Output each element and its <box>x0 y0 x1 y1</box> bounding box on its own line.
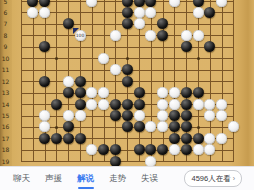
grid-hline <box>21 161 234 162</box>
stone-white <box>98 87 109 98</box>
stone-white: 100 <box>75 30 86 41</box>
star-point <box>197 57 200 60</box>
stone-white <box>86 87 97 98</box>
stone-black <box>181 87 192 98</box>
stone-black <box>39 133 50 144</box>
stone-white <box>39 7 50 18</box>
stone-white <box>204 99 215 110</box>
stone-white <box>157 110 168 121</box>
stone-white <box>181 30 192 41</box>
stone-white <box>98 53 109 64</box>
stone-white <box>169 0 180 7</box>
stone-black <box>145 0 156 7</box>
stone-white <box>204 110 215 121</box>
stone-black <box>157 30 168 41</box>
stone-white <box>86 0 97 7</box>
stone-white <box>145 121 156 132</box>
stone-white <box>169 87 180 98</box>
stone-white <box>27 7 38 18</box>
row-coordinate-label: 12 <box>0 78 11 85</box>
stone-white <box>110 30 121 41</box>
stone-black <box>181 121 192 132</box>
row-coordinate-label: 14 <box>0 101 11 108</box>
stone-black <box>51 133 62 144</box>
stone-black <box>122 110 133 121</box>
stone-black <box>181 41 192 52</box>
row-coordinate-label: 16 <box>0 123 11 130</box>
row-coordinate-label: 15 <box>0 112 11 119</box>
stone-black <box>122 0 133 7</box>
stone-black <box>75 76 86 87</box>
stone-black <box>169 121 180 132</box>
tab-trend[interactable]: 走势 <box>109 167 126 190</box>
stone-black <box>157 144 168 155</box>
stone-black <box>110 99 121 110</box>
stone-black <box>193 87 204 98</box>
stone-white <box>216 110 227 121</box>
stone-black <box>134 87 145 98</box>
stone-white <box>193 7 204 18</box>
grid-hline <box>21 47 234 48</box>
stone-black <box>181 144 192 155</box>
stone-black <box>181 99 192 110</box>
stone-black <box>134 144 145 155</box>
tab-mistakes[interactable]: 失误 <box>141 167 158 190</box>
stone-black <box>122 99 133 110</box>
stone-black <box>75 133 86 144</box>
stone-white <box>204 133 215 144</box>
row-coordinate-label: 13 <box>0 89 11 96</box>
stone-white <box>228 121 239 132</box>
stone-black <box>98 144 109 155</box>
stone-black <box>204 7 215 18</box>
stone-black <box>122 64 133 75</box>
bottom-tab-bar: 聊天 声援 解说 走势 失误 4596人在看 › <box>0 166 254 190</box>
tab-chat[interactable]: 聊天 <box>13 167 30 190</box>
star-point <box>55 126 58 129</box>
stone-white <box>157 121 168 132</box>
stone-black <box>204 41 215 52</box>
stone-black <box>193 133 204 144</box>
stone-white <box>134 18 145 29</box>
star-point <box>55 57 58 60</box>
stone-white <box>193 30 204 41</box>
row-coordinate-label: 10 <box>0 55 11 62</box>
stone-white <box>86 144 97 155</box>
stone-black <box>169 133 180 144</box>
viewers-pill[interactable]: 4596人在看 › <box>184 170 242 187</box>
stone-black <box>110 156 121 166</box>
stone-white <box>63 110 74 121</box>
stone-white <box>63 76 74 87</box>
stone-black <box>181 133 192 144</box>
stone-black <box>110 144 121 155</box>
stone-black <box>39 41 50 52</box>
stone-black <box>134 121 145 132</box>
stone-black <box>39 0 50 7</box>
stone-black <box>122 76 133 87</box>
star-point <box>197 126 200 129</box>
stone-black <box>122 18 133 29</box>
go-app-screen: 5678910111213141516171819100 聊天 声援 解说 走势… <box>0 0 254 190</box>
stone-white <box>216 0 227 7</box>
stone-white <box>193 144 204 155</box>
stone-black <box>27 0 38 7</box>
stone-black <box>122 121 133 132</box>
stone-black <box>134 99 145 110</box>
stone-white <box>169 99 180 110</box>
row-coordinate-label: 18 <box>0 146 11 153</box>
stone-white <box>169 144 180 155</box>
current-move-flag-icon <box>73 28 79 34</box>
row-coordinate-label: 9 <box>0 43 11 50</box>
stone-black <box>110 110 121 121</box>
stone-black <box>145 144 156 155</box>
row-coordinate-label: 5 <box>0 0 11 5</box>
stone-white <box>145 156 156 166</box>
stone-white <box>134 110 145 121</box>
stone-black <box>39 76 50 87</box>
row-coordinate-label: 8 <box>0 32 11 39</box>
stone-black <box>169 110 180 121</box>
stone-black <box>157 18 168 29</box>
stone-white <box>145 7 156 18</box>
stone-white <box>134 7 145 18</box>
stone-white <box>39 121 50 132</box>
row-coordinate-label: 17 <box>0 135 11 142</box>
stone-white <box>216 99 227 110</box>
stone-black <box>134 0 145 7</box>
tab-commentary[interactable]: 解说 <box>77 167 94 190</box>
stone-white <box>157 87 168 98</box>
stone-black <box>63 133 74 144</box>
stone-white <box>204 144 215 155</box>
stone-black <box>181 110 192 121</box>
row-coordinate-label: 11 <box>0 66 11 73</box>
stone-white <box>157 99 168 110</box>
stone-white <box>216 133 227 144</box>
row-coordinate-label: 7 <box>0 20 11 27</box>
stone-black <box>63 87 74 98</box>
go-board[interactable]: 5678910111213141516171819100 <box>0 0 254 166</box>
row-coordinate-label: 6 <box>0 9 11 16</box>
stone-white <box>193 99 204 110</box>
row-coordinate-label: 19 <box>0 158 11 165</box>
stone-white <box>75 110 86 121</box>
stone-white <box>86 99 97 110</box>
stone-white <box>110 64 121 75</box>
chevron-right-icon: › <box>233 175 235 182</box>
star-point <box>126 57 129 60</box>
stone-white <box>39 110 50 121</box>
stone-black <box>75 99 86 110</box>
stone-black <box>63 121 74 132</box>
stone-white <box>145 30 156 41</box>
viewers-count: 4596人在看 <box>191 174 230 184</box>
stone-black <box>122 7 133 18</box>
stone-black <box>193 0 204 7</box>
stone-black <box>75 87 86 98</box>
stone-white <box>98 99 109 110</box>
stone-black <box>51 99 62 110</box>
tab-cheer[interactable]: 声援 <box>45 167 62 190</box>
